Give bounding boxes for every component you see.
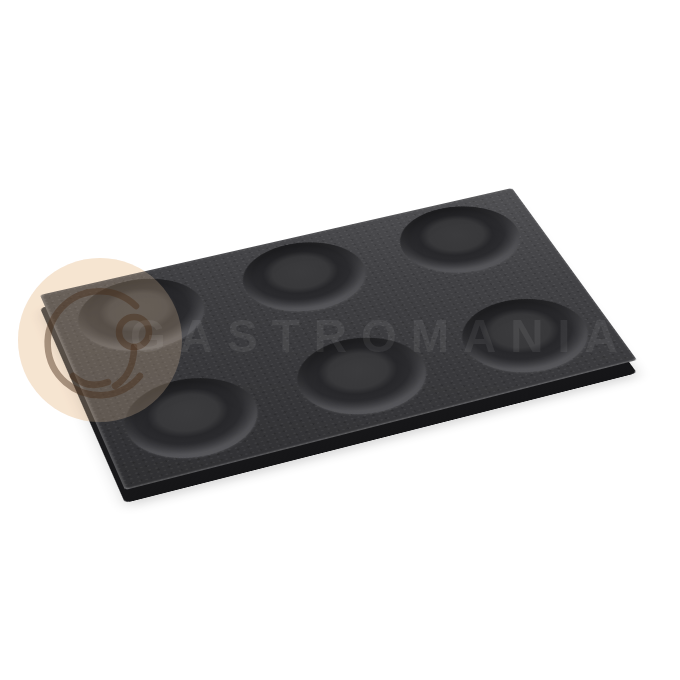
watermark-text-front: GASTROMANIA bbox=[130, 309, 632, 363]
product-photo-canvas: GASTROMANIA GASTROMANIA bbox=[0, 0, 680, 680]
mold-cavity bbox=[384, 197, 537, 284]
mold-cavity bbox=[111, 366, 274, 471]
baking-tray bbox=[0, 0, 484, 322]
